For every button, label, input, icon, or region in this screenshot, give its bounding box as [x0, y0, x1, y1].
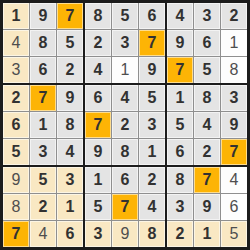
cell-r3c3[interactable]: 2	[57, 57, 83, 83]
cell-r4c4[interactable]: 6	[85, 85, 111, 111]
cell-r5c2[interactable]: 1	[30, 112, 56, 138]
cell-r8c4[interactable]: 5	[85, 194, 111, 220]
cell-r9c5[interactable]: 9	[112, 221, 138, 247]
cell-r5c7[interactable]: 5	[167, 112, 193, 138]
box-1: 197485362	[3, 3, 83, 83]
cell-r7c4[interactable]: 1	[85, 167, 111, 193]
cell-r8c6[interactable]: 4	[139, 194, 165, 220]
cell-r4c8[interactable]: 8	[194, 85, 220, 111]
cell-r7c6[interactable]: 2	[139, 167, 165, 193]
cell-r7c5[interactable]: 6	[112, 167, 138, 193]
cell-r9c9[interactable]: 5	[221, 221, 247, 247]
cell-r1c4[interactable]: 8	[85, 3, 111, 29]
cell-r5c3[interactable]: 8	[57, 112, 83, 138]
cell-r1c7[interactable]: 4	[167, 3, 193, 29]
cell-r5c8[interactable]: 4	[194, 112, 220, 138]
cell-r1c2[interactable]: 9	[30, 3, 56, 29]
cell-r1c1[interactable]: 1	[3, 3, 29, 29]
cell-r2c3[interactable]: 5	[57, 30, 83, 56]
cell-r6c1[interactable]: 5	[3, 139, 29, 165]
cell-r6c8[interactable]: 2	[194, 139, 220, 165]
cell-r5c1[interactable]: 6	[3, 112, 29, 138]
box-6: 183549627	[167, 85, 247, 165]
cell-r4c6[interactable]: 5	[139, 85, 165, 111]
cell-r3c8[interactable]: 5	[194, 57, 220, 83]
cell-r3c5[interactable]: 1	[112, 57, 138, 83]
cell-r5c4[interactable]: 7	[85, 112, 111, 138]
cell-r6c3[interactable]: 4	[57, 139, 83, 165]
cell-r4c1[interactable]: 2	[3, 85, 29, 111]
cell-r2c6[interactable]: 7	[139, 30, 165, 56]
cell-r2c1[interactable]: 4	[3, 30, 29, 56]
cell-r3c4[interactable]: 4	[85, 57, 111, 83]
cell-r1c9[interactable]: 2	[221, 3, 247, 29]
cell-r3c9[interactable]: 8	[221, 57, 247, 83]
cell-r9c8[interactable]: 1	[194, 221, 220, 247]
box-4: 279618534	[3, 85, 83, 165]
cell-r5c9[interactable]: 9	[221, 112, 247, 138]
cell-r7c8[interactable]: 7	[194, 167, 220, 193]
cell-r6c6[interactable]: 1	[139, 139, 165, 165]
cell-r9c1[interactable]: 7	[3, 221, 29, 247]
cell-r3c6[interactable]: 9	[139, 57, 165, 83]
box-2: 856237419	[85, 3, 165, 83]
cell-r9c6[interactable]: 8	[139, 221, 165, 247]
cell-r6c7[interactable]: 6	[167, 139, 193, 165]
cell-r2c2[interactable]: 8	[30, 30, 56, 56]
cell-r9c2[interactable]: 4	[30, 221, 56, 247]
cell-r7c3[interactable]: 3	[57, 167, 83, 193]
cell-r4c2[interactable]: 7	[30, 85, 56, 111]
cell-r2c7[interactable]: 9	[167, 30, 193, 56]
cell-r9c7[interactable]: 2	[167, 221, 193, 247]
cell-r8c1[interactable]: 8	[3, 194, 29, 220]
cell-r4c9[interactable]: 3	[221, 85, 247, 111]
box-9: 874396215	[167, 167, 247, 247]
cell-r6c5[interactable]: 8	[112, 139, 138, 165]
cell-r9c4[interactable]: 3	[85, 221, 111, 247]
box-3: 432961758	[167, 3, 247, 83]
cell-r5c6[interactable]: 3	[139, 112, 165, 138]
cell-r8c5[interactable]: 7	[112, 194, 138, 220]
cell-r3c2[interactable]: 6	[30, 57, 56, 83]
cell-r1c6[interactable]: 6	[139, 3, 165, 29]
box-7: 953821746	[3, 167, 83, 247]
box-5: 645723981	[85, 85, 165, 165]
cell-r4c3[interactable]: 9	[57, 85, 83, 111]
cell-r2c9[interactable]: 1	[221, 30, 247, 56]
cell-r7c9[interactable]: 4	[221, 167, 247, 193]
sudoku-board: 1974853628562374194329617582796185346457…	[0, 0, 250, 250]
cell-r9c3[interactable]: 6	[57, 221, 83, 247]
cell-r2c5[interactable]: 3	[112, 30, 138, 56]
cell-r3c1[interactable]: 3	[3, 57, 29, 83]
cell-r7c2[interactable]: 5	[30, 167, 56, 193]
cell-r6c2[interactable]: 3	[30, 139, 56, 165]
cell-r8c9[interactable]: 6	[221, 194, 247, 220]
cell-r4c7[interactable]: 1	[167, 85, 193, 111]
cell-r1c8[interactable]: 3	[194, 3, 220, 29]
cell-r8c3[interactable]: 1	[57, 194, 83, 220]
cell-r8c2[interactable]: 2	[30, 194, 56, 220]
cell-r6c9[interactable]: 7	[221, 139, 247, 165]
cell-r8c7[interactable]: 3	[167, 194, 193, 220]
cell-r7c7[interactable]: 8	[167, 167, 193, 193]
cell-r7c1[interactable]: 9	[3, 167, 29, 193]
cell-r2c8[interactable]: 6	[194, 30, 220, 56]
cell-r3c7[interactable]: 7	[167, 57, 193, 83]
cell-r1c3[interactable]: 7	[57, 3, 83, 29]
cell-r4c5[interactable]: 4	[112, 85, 138, 111]
box-8: 162574398	[85, 167, 165, 247]
cell-r1c5[interactable]: 5	[112, 3, 138, 29]
cell-r2c4[interactable]: 2	[85, 30, 111, 56]
cell-r8c8[interactable]: 9	[194, 194, 220, 220]
cell-r6c4[interactable]: 9	[85, 139, 111, 165]
cell-r5c5[interactable]: 2	[112, 112, 138, 138]
